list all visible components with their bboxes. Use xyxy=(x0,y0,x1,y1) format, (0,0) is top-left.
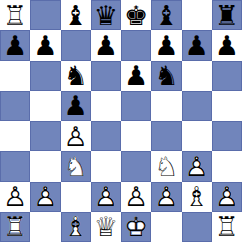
white-piece-outline-icon: ♙ xyxy=(30,182,60,212)
piece-black-knight[interactable]: ♞ xyxy=(151,61,181,91)
piece-white-pawn[interactable]: ♟♙ xyxy=(121,182,151,212)
square-b5[interactable] xyxy=(30,91,60,121)
square-g6[interactable] xyxy=(182,61,212,91)
white-piece-outline-icon: ♙ xyxy=(182,151,212,181)
square-c2[interactable] xyxy=(61,182,91,212)
white-piece-fill-icon: ♝ xyxy=(182,182,212,212)
square-d3[interactable] xyxy=(91,151,121,181)
piece-black-bishop[interactable]: ♝ xyxy=(151,0,181,30)
white-piece-outline-icon: ♙ xyxy=(121,182,151,212)
piece-black-knight[interactable]: ♞ xyxy=(61,61,91,91)
square-f6[interactable]: ♞ xyxy=(151,61,181,91)
square-f5[interactable] xyxy=(151,91,181,121)
square-h7[interactable]: ♟ xyxy=(212,30,242,60)
piece-white-rook[interactable]: ♜♖ xyxy=(0,0,30,30)
piece-black-rook[interactable]: ♜ xyxy=(212,0,242,30)
white-piece-fill-icon: ♟ xyxy=(91,182,121,212)
white-piece-fill-icon: ♟ xyxy=(182,151,212,181)
square-f1[interactable] xyxy=(151,212,181,242)
piece-white-queen[interactable]: ♛♕ xyxy=(91,212,121,242)
square-g7[interactable]: ♟ xyxy=(182,30,212,60)
black-piece-icon: ♝ xyxy=(61,0,91,30)
black-piece-icon: ♛ xyxy=(91,0,121,30)
square-a1[interactable]: ♜♖ xyxy=(0,212,30,242)
white-piece-outline-icon: ♘ xyxy=(61,151,91,181)
square-g3[interactable]: ♟♙ xyxy=(182,151,212,181)
white-piece-fill-icon: ♟ xyxy=(61,121,91,151)
white-piece-outline-icon: ♗ xyxy=(61,212,91,242)
square-b6[interactable] xyxy=(30,61,60,91)
square-g5[interactable] xyxy=(182,91,212,121)
square-f3[interactable]: ♞♘ xyxy=(151,151,181,181)
white-piece-fill-icon: ♟ xyxy=(30,182,60,212)
black-piece-icon: ♟ xyxy=(61,91,91,121)
white-piece-outline-icon: ♖ xyxy=(0,0,30,30)
square-d2[interactable]: ♟♙ xyxy=(91,182,121,212)
white-piece-outline-icon: ♗ xyxy=(182,182,212,212)
piece-white-pawn[interactable]: ♟♙ xyxy=(212,182,242,212)
square-c8[interactable]: ♝ xyxy=(61,0,91,30)
square-a3[interactable] xyxy=(0,151,30,181)
black-piece-icon: ♞ xyxy=(61,61,91,91)
white-piece-fill-icon: ♚ xyxy=(121,212,151,242)
piece-black-pawn[interactable]: ♟ xyxy=(30,30,60,60)
square-h4[interactable] xyxy=(212,121,242,151)
white-piece-fill-icon: ♝ xyxy=(61,212,91,242)
square-f7[interactable]: ♟ xyxy=(151,30,181,60)
white-piece-outline-icon: ♖ xyxy=(212,212,242,242)
square-d1[interactable]: ♛♕ xyxy=(91,212,121,242)
white-piece-outline-icon: ♘ xyxy=(151,151,181,181)
piece-black-queen[interactable]: ♛ xyxy=(91,0,121,30)
black-piece-icon: ♝ xyxy=(151,0,181,30)
white-piece-outline-icon: ♕ xyxy=(91,212,121,242)
square-g1[interactable] xyxy=(182,212,212,242)
black-piece-icon: ♟ xyxy=(182,30,212,60)
square-c5[interactable]: ♟ xyxy=(61,91,91,121)
square-e3[interactable] xyxy=(121,151,151,181)
black-piece-icon: ♟ xyxy=(212,30,242,60)
square-e4[interactable] xyxy=(121,121,151,151)
piece-black-pawn[interactable]: ♟ xyxy=(61,91,91,121)
piece-white-pawn[interactable]: ♟♙ xyxy=(91,182,121,212)
white-piece-fill-icon: ♞ xyxy=(61,151,91,181)
piece-black-pawn[interactable]: ♟ xyxy=(121,61,151,91)
piece-white-rook[interactable]: ♜♖ xyxy=(0,212,30,242)
square-h3[interactable] xyxy=(212,151,242,181)
piece-black-pawn[interactable]: ♟ xyxy=(151,30,181,60)
square-a2[interactable]: ♟♙ xyxy=(0,182,30,212)
black-piece-icon: ♟ xyxy=(91,30,121,60)
piece-white-knight[interactable]: ♞♘ xyxy=(61,151,91,181)
square-b2[interactable]: ♟♙ xyxy=(30,182,60,212)
piece-black-bishop[interactable]: ♝ xyxy=(61,0,91,30)
white-piece-outline-icon: ♙ xyxy=(91,182,121,212)
piece-black-king[interactable]: ♚ xyxy=(121,0,151,30)
piece-white-knight[interactable]: ♞♘ xyxy=(151,151,181,181)
square-f4[interactable] xyxy=(151,121,181,151)
square-a6[interactable] xyxy=(0,61,30,91)
square-d5[interactable] xyxy=(91,91,121,121)
white-piece-fill-icon: ♟ xyxy=(121,182,151,212)
square-c4[interactable]: ♟♙ xyxy=(61,121,91,151)
square-b4[interactable] xyxy=(30,121,60,151)
square-f8[interactable]: ♝ xyxy=(151,0,181,30)
white-piece-fill-icon: ♜ xyxy=(212,212,242,242)
square-h5[interactable] xyxy=(212,91,242,121)
black-piece-icon: ♟ xyxy=(151,30,181,60)
square-g8[interactable] xyxy=(182,0,212,30)
square-c1[interactable]: ♝♗ xyxy=(61,212,91,242)
white-piece-outline-icon: ♖ xyxy=(0,212,30,242)
square-d4[interactable] xyxy=(91,121,121,151)
square-d7[interactable]: ♟ xyxy=(91,30,121,60)
piece-white-bishop[interactable]: ♝♗ xyxy=(61,212,91,242)
square-b3[interactable] xyxy=(30,151,60,181)
black-piece-icon: ♟ xyxy=(30,30,60,60)
black-piece-icon: ♟ xyxy=(0,30,30,60)
white-piece-fill-icon: ♜ xyxy=(0,0,30,30)
square-b1[interactable] xyxy=(30,212,60,242)
square-a5[interactable] xyxy=(0,91,30,121)
square-c7[interactable] xyxy=(61,30,91,60)
white-piece-outline-icon: ♙ xyxy=(61,121,91,151)
square-h8[interactable]: ♜ xyxy=(212,0,242,30)
square-e7[interactable] xyxy=(121,30,151,60)
square-a4[interactable] xyxy=(0,121,30,151)
white-piece-fill-icon: ♛ xyxy=(91,212,121,242)
white-piece-fill-icon: ♟ xyxy=(212,182,242,212)
square-b7[interactable]: ♟ xyxy=(30,30,60,60)
square-f2[interactable]: ♟♙ xyxy=(151,182,181,212)
square-a7[interactable]: ♟ xyxy=(0,30,30,60)
piece-white-pawn[interactable]: ♟♙ xyxy=(151,182,181,212)
piece-white-pawn[interactable]: ♟♙ xyxy=(30,182,60,212)
square-c6[interactable]: ♞ xyxy=(61,61,91,91)
piece-white-pawn[interactable]: ♟♙ xyxy=(182,151,212,181)
piece-black-pawn[interactable]: ♟ xyxy=(0,30,30,60)
square-b8[interactable] xyxy=(30,0,60,30)
piece-black-pawn[interactable]: ♟ xyxy=(91,30,121,60)
square-c3[interactable]: ♞♘ xyxy=(61,151,91,181)
square-e6[interactable]: ♟ xyxy=(121,61,151,91)
white-piece-fill-icon: ♜ xyxy=(0,212,30,242)
square-h6[interactable] xyxy=(212,61,242,91)
square-g2[interactable]: ♝♗ xyxy=(182,182,212,212)
white-piece-fill-icon: ♟ xyxy=(0,182,30,212)
black-piece-icon: ♜ xyxy=(212,0,242,30)
white-piece-outline-icon: ♙ xyxy=(151,182,181,212)
piece-white-pawn[interactable]: ♟♙ xyxy=(61,121,91,151)
piece-white-king[interactable]: ♚♔ xyxy=(121,212,151,242)
black-piece-icon: ♞ xyxy=(151,61,181,91)
square-h2[interactable]: ♟♙ xyxy=(212,182,242,212)
square-e1[interactable]: ♚♔ xyxy=(121,212,151,242)
piece-white-pawn[interactable]: ♟♙ xyxy=(0,182,30,212)
piece-black-pawn[interactable]: ♟ xyxy=(182,30,212,60)
white-piece-outline-icon: ♙ xyxy=(0,182,30,212)
black-piece-icon: ♚ xyxy=(121,0,151,30)
white-piece-outline-icon: ♔ xyxy=(121,212,151,242)
black-piece-icon: ♟ xyxy=(121,61,151,91)
square-h1[interactable]: ♜♖ xyxy=(212,212,242,242)
square-e2[interactable]: ♟♙ xyxy=(121,182,151,212)
white-piece-outline-icon: ♙ xyxy=(212,182,242,212)
white-piece-fill-icon: ♟ xyxy=(151,182,181,212)
square-a8[interactable]: ♜♖ xyxy=(0,0,30,30)
white-piece-fill-icon: ♞ xyxy=(151,151,181,181)
chess-board: ♜♖♝♛♚♝♜♟♟♟♟♟♟♞♟♞♟♟♙♞♘♞♘♟♙♟♙♟♙♟♙♟♙♟♙♝♗♟♙♜… xyxy=(0,0,242,242)
square-e8[interactable]: ♚ xyxy=(121,0,151,30)
square-e5[interactable] xyxy=(121,91,151,121)
square-g4[interactable] xyxy=(182,121,212,151)
square-d6[interactable] xyxy=(91,61,121,91)
piece-white-bishop[interactable]: ♝♗ xyxy=(182,182,212,212)
piece-black-pawn[interactable]: ♟ xyxy=(212,30,242,60)
square-d8[interactable]: ♛ xyxy=(91,0,121,30)
piece-white-rook[interactable]: ♜♖ xyxy=(212,212,242,242)
